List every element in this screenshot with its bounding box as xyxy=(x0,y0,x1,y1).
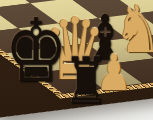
piece-black-king[interactable]: ♚ xyxy=(4,7,67,95)
chess-photo-scene: ♞♝♛♚♟♜ xyxy=(0,0,153,120)
piece-black-rook[interactable]: ♜ xyxy=(63,49,109,113)
pieces-layer: ♞♝♛♚♟♜ xyxy=(0,0,153,120)
